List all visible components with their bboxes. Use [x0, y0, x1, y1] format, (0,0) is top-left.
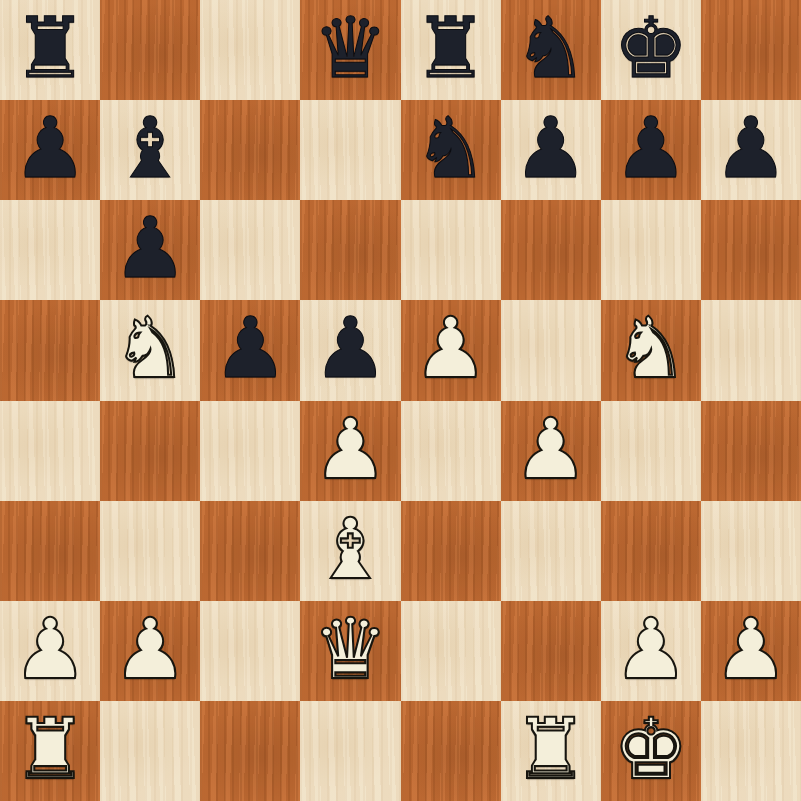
square-a8[interactable]: ♜ — [0, 0, 100, 100]
square-g4[interactable] — [601, 401, 701, 501]
white-pawn-f4[interactable]: ♟ — [513, 407, 588, 491]
white-pawn-b2[interactable]: ♟ — [113, 607, 188, 691]
square-c5[interactable]: ♟ — [200, 300, 300, 400]
black-knight-e7[interactable]: ♞ — [413, 106, 488, 190]
square-b1[interactable] — [100, 701, 200, 801]
black-pawn-c5[interactable]: ♟ — [213, 306, 288, 390]
square-d8[interactable]: ♛ — [300, 0, 400, 100]
square-h8[interactable] — [701, 0, 801, 100]
square-d1[interactable] — [300, 701, 400, 801]
white-rook-a1[interactable]: ♜ — [12, 707, 87, 791]
square-g1[interactable]: ♚ — [601, 701, 701, 801]
black-pawn-d5[interactable]: ♟ — [313, 306, 388, 390]
square-c8[interactable] — [200, 0, 300, 100]
square-c4[interactable] — [200, 401, 300, 501]
white-king-g1[interactable]: ♚ — [613, 707, 688, 791]
square-g3[interactable] — [601, 501, 701, 601]
square-f3[interactable] — [501, 501, 601, 601]
square-h7[interactable]: ♟ — [701, 100, 801, 200]
square-g6[interactable] — [601, 200, 701, 300]
square-e4[interactable] — [401, 401, 501, 501]
square-g2[interactable]: ♟ — [601, 601, 701, 701]
white-pawn-e5[interactable]: ♟ — [413, 306, 488, 390]
square-e6[interactable] — [401, 200, 501, 300]
square-d3[interactable]: ♝ — [300, 501, 400, 601]
white-bishop-d3[interactable]: ♝ — [313, 507, 388, 591]
square-g7[interactable]: ♟ — [601, 100, 701, 200]
square-b6[interactable]: ♟ — [100, 200, 200, 300]
square-a3[interactable] — [0, 501, 100, 601]
white-rook-f1[interactable]: ♜ — [513, 707, 588, 791]
square-b3[interactable] — [100, 501, 200, 601]
square-f7[interactable]: ♟ — [501, 100, 601, 200]
black-rook-a8[interactable]: ♜ — [12, 6, 87, 90]
chess-board: ♜♛♜♞♚♟♝♞♟♟♟♟♞♟♟♟♞♟♟♝♟♟♛♟♟♜♜♚ — [0, 0, 801, 801]
square-f6[interactable] — [501, 200, 601, 300]
square-c6[interactable] — [200, 200, 300, 300]
square-a2[interactable]: ♟ — [0, 601, 100, 701]
square-e1[interactable] — [401, 701, 501, 801]
square-a6[interactable] — [0, 200, 100, 300]
square-d5[interactable]: ♟ — [300, 300, 400, 400]
white-pawn-g2[interactable]: ♟ — [613, 607, 688, 691]
black-queen-d8[interactable]: ♛ — [313, 6, 388, 90]
black-knight-f8[interactable]: ♞ — [513, 6, 588, 90]
square-b2[interactable]: ♟ — [100, 601, 200, 701]
square-d2[interactable]: ♛ — [300, 601, 400, 701]
white-knight-b5[interactable]: ♞ — [113, 306, 188, 390]
square-d4[interactable]: ♟ — [300, 401, 400, 501]
square-a5[interactable] — [0, 300, 100, 400]
square-h6[interactable] — [701, 200, 801, 300]
black-pawn-f7[interactable]: ♟ — [513, 106, 588, 190]
square-g8[interactable]: ♚ — [601, 0, 701, 100]
white-knight-g5[interactable]: ♞ — [613, 306, 688, 390]
black-king-g8[interactable]: ♚ — [613, 6, 688, 90]
black-pawn-a7[interactable]: ♟ — [12, 106, 87, 190]
square-e3[interactable] — [401, 501, 501, 601]
square-e2[interactable] — [401, 601, 501, 701]
square-f8[interactable]: ♞ — [501, 0, 601, 100]
square-h2[interactable]: ♟ — [701, 601, 801, 701]
square-c7[interactable] — [200, 100, 300, 200]
square-c3[interactable] — [200, 501, 300, 601]
black-rook-e8[interactable]: ♜ — [413, 6, 488, 90]
square-e5[interactable]: ♟ — [401, 300, 501, 400]
black-pawn-b6[interactable]: ♟ — [113, 206, 188, 290]
black-pawn-h7[interactable]: ♟ — [713, 106, 788, 190]
square-b4[interactable] — [100, 401, 200, 501]
square-g5[interactable]: ♞ — [601, 300, 701, 400]
white-queen-d2[interactable]: ♛ — [313, 607, 388, 691]
square-f1[interactable]: ♜ — [501, 701, 601, 801]
square-a4[interactable] — [0, 401, 100, 501]
square-a1[interactable]: ♜ — [0, 701, 100, 801]
square-h3[interactable] — [701, 501, 801, 601]
white-pawn-a2[interactable]: ♟ — [12, 607, 87, 691]
square-b7[interactable]: ♝ — [100, 100, 200, 200]
black-bishop-b7[interactable]: ♝ — [113, 106, 188, 190]
white-pawn-h2[interactable]: ♟ — [713, 607, 788, 691]
square-e8[interactable]: ♜ — [401, 0, 501, 100]
square-b8[interactable] — [100, 0, 200, 100]
square-h1[interactable] — [701, 701, 801, 801]
white-pawn-d4[interactable]: ♟ — [313, 407, 388, 491]
square-d7[interactable] — [300, 100, 400, 200]
square-h5[interactable] — [701, 300, 801, 400]
square-a7[interactable]: ♟ — [0, 100, 100, 200]
square-h4[interactable] — [701, 401, 801, 501]
square-f4[interactable]: ♟ — [501, 401, 601, 501]
square-f5[interactable] — [501, 300, 601, 400]
square-d6[interactable] — [300, 200, 400, 300]
square-f2[interactable] — [501, 601, 601, 701]
square-c1[interactable] — [200, 701, 300, 801]
square-b5[interactable]: ♞ — [100, 300, 200, 400]
black-pawn-g7[interactable]: ♟ — [613, 106, 688, 190]
square-c2[interactable] — [200, 601, 300, 701]
square-e7[interactable]: ♞ — [401, 100, 501, 200]
